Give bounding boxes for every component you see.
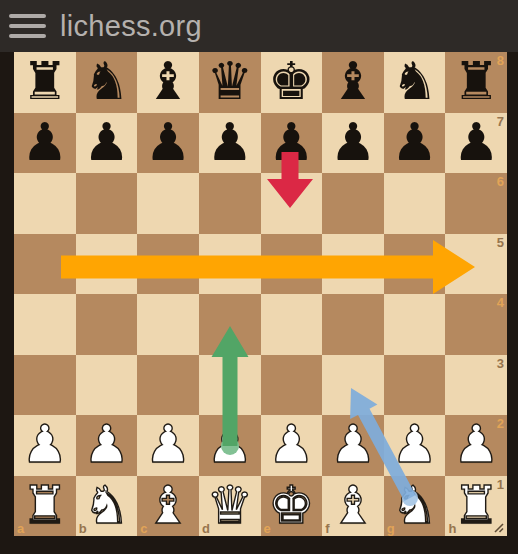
- piece-black-pawn[interactable]: ♟: [22, 116, 69, 168]
- square-b2[interactable]: ♟: [76, 415, 138, 476]
- hamburger-bar: [9, 34, 46, 38]
- square-b5[interactable]: [76, 234, 138, 295]
- rank-label-4: 4: [497, 296, 504, 309]
- square-g1[interactable]: ♞g: [384, 476, 446, 537]
- square-b6[interactable]: [76, 173, 138, 234]
- piece-black-pawn[interactable]: ♟: [83, 116, 130, 168]
- square-d2[interactable]: ♟: [199, 415, 261, 476]
- square-g3[interactable]: [384, 355, 446, 416]
- piece-black-pawn[interactable]: ♟: [391, 116, 438, 168]
- square-g4[interactable]: [384, 294, 446, 355]
- piece-white-bishop[interactable]: ♝: [330, 479, 377, 531]
- square-e5[interactable]: [261, 234, 323, 295]
- square-g5[interactable]: [384, 234, 446, 295]
- piece-black-pawn[interactable]: ♟: [145, 116, 192, 168]
- square-e1[interactable]: ♚e: [261, 476, 323, 537]
- piece-white-knight[interactable]: ♞: [391, 479, 438, 531]
- square-f1[interactable]: ♝f: [322, 476, 384, 537]
- piece-white-pawn[interactable]: ♟: [391, 418, 438, 470]
- piece-black-king[interactable]: ♚: [268, 55, 315, 107]
- square-c3[interactable]: [137, 355, 199, 416]
- board-resize-handle-icon[interactable]: [491, 520, 505, 534]
- square-f5[interactable]: [322, 234, 384, 295]
- square-a3[interactable]: [14, 355, 76, 416]
- square-a8[interactable]: ♜: [14, 52, 76, 113]
- rank-label-3: 3: [497, 357, 504, 370]
- piece-white-pawn[interactable]: ♟: [145, 418, 192, 470]
- lichess-mobile-page: lichess.org ♜♞♝♛♚♝♞♜8♟♟♟♟♟♟♟♟76543♟♟♟♟♟♟…: [0, 0, 518, 554]
- hamburger-menu-icon[interactable]: [9, 14, 46, 38]
- piece-white-pawn[interactable]: ♟: [330, 418, 377, 470]
- rank-label-5: 5: [497, 236, 504, 249]
- square-b7[interactable]: ♟: [76, 113, 138, 174]
- piece-black-knight[interactable]: ♞: [83, 55, 130, 107]
- piece-black-queen[interactable]: ♛: [206, 55, 253, 107]
- square-e7[interactable]: ♟: [261, 113, 323, 174]
- square-d4[interactable]: [199, 294, 261, 355]
- square-c1[interactable]: ♝c: [137, 476, 199, 537]
- square-a2[interactable]: ♟: [14, 415, 76, 476]
- square-f7[interactable]: ♟: [322, 113, 384, 174]
- square-h5[interactable]: 5: [445, 234, 507, 295]
- square-e6[interactable]: [261, 173, 323, 234]
- square-d8[interactable]: ♛: [199, 52, 261, 113]
- piece-white-pawn[interactable]: ♟: [453, 418, 500, 470]
- square-d3[interactable]: [199, 355, 261, 416]
- piece-black-bishop[interactable]: ♝: [145, 55, 192, 107]
- piece-white-pawn[interactable]: ♟: [83, 418, 130, 470]
- square-a6[interactable]: [14, 173, 76, 234]
- square-c8[interactable]: ♝: [137, 52, 199, 113]
- piece-black-pawn[interactable]: ♟: [453, 116, 500, 168]
- square-a1[interactable]: ♜a: [14, 476, 76, 537]
- piece-white-pawn[interactable]: ♟: [268, 418, 315, 470]
- hamburger-bar: [9, 24, 46, 28]
- piece-white-rook[interactable]: ♜: [22, 479, 69, 531]
- square-f3[interactable]: [322, 355, 384, 416]
- square-f2[interactable]: ♟: [322, 415, 384, 476]
- square-d6[interactable]: [199, 173, 261, 234]
- square-f4[interactable]: [322, 294, 384, 355]
- square-g2[interactable]: ♟: [384, 415, 446, 476]
- square-f6[interactable]: [322, 173, 384, 234]
- square-c4[interactable]: [137, 294, 199, 355]
- piece-black-knight[interactable]: ♞: [391, 55, 438, 107]
- chess-board[interactable]: ♜♞♝♛♚♝♞♜8♟♟♟♟♟♟♟♟76543♟♟♟♟♟♟♟♟2♜a♞b♝c♛d♚…: [14, 52, 507, 536]
- square-c7[interactable]: ♟: [137, 113, 199, 174]
- piece-black-pawn[interactable]: ♟: [268, 116, 315, 168]
- square-g7[interactable]: ♟: [384, 113, 446, 174]
- square-b8[interactable]: ♞: [76, 52, 138, 113]
- rank-label-6: 6: [497, 175, 504, 188]
- site-title[interactable]: lichess.org: [60, 12, 202, 41]
- square-g6[interactable]: [384, 173, 446, 234]
- piece-white-pawn[interactable]: ♟: [22, 418, 69, 470]
- piece-white-knight[interactable]: ♞: [83, 479, 130, 531]
- square-h2[interactable]: ♟2: [445, 415, 507, 476]
- square-e4[interactable]: [261, 294, 323, 355]
- square-d7[interactable]: ♟: [199, 113, 261, 174]
- square-e3[interactable]: [261, 355, 323, 416]
- piece-black-rook[interactable]: ♜: [22, 55, 69, 107]
- square-a7[interactable]: ♟: [14, 113, 76, 174]
- square-b3[interactable]: [76, 355, 138, 416]
- piece-white-bishop[interactable]: ♝: [145, 479, 192, 531]
- square-h4[interactable]: 4: [445, 294, 507, 355]
- square-e2[interactable]: ♟: [261, 415, 323, 476]
- piece-white-queen[interactable]: ♛: [206, 479, 253, 531]
- board-area: ♜♞♝♛♚♝♞♜8♟♟♟♟♟♟♟♟76543♟♟♟♟♟♟♟♟2♜a♞b♝c♛d♚…: [14, 52, 507, 536]
- square-d5[interactable]: [199, 234, 261, 295]
- piece-black-pawn[interactable]: ♟: [330, 116, 377, 168]
- square-c2[interactable]: ♟: [137, 415, 199, 476]
- square-b1[interactable]: ♞b: [76, 476, 138, 537]
- square-h3[interactable]: 3: [445, 355, 507, 416]
- piece-black-bishop[interactable]: ♝: [330, 55, 377, 107]
- square-f8[interactable]: ♝: [322, 52, 384, 113]
- piece-white-king[interactable]: ♚: [268, 479, 315, 531]
- piece-white-pawn[interactable]: ♟: [206, 418, 253, 470]
- square-b4[interactable]: [76, 294, 138, 355]
- square-h7[interactable]: ♟7: [445, 113, 507, 174]
- piece-black-rook[interactable]: ♜: [453, 55, 500, 107]
- square-c6[interactable]: [137, 173, 199, 234]
- top-bar: lichess.org: [0, 0, 518, 52]
- square-a5[interactable]: [14, 234, 76, 295]
- square-g8[interactable]: ♞: [384, 52, 446, 113]
- hamburger-bar: [9, 14, 46, 18]
- square-h8[interactable]: ♜8: [445, 52, 507, 113]
- square-c5[interactable]: [137, 234, 199, 295]
- square-d1[interactable]: ♛d: [199, 476, 261, 537]
- piece-black-pawn[interactable]: ♟: [206, 116, 253, 168]
- square-a4[interactable]: [14, 294, 76, 355]
- square-h6[interactable]: 6: [445, 173, 507, 234]
- square-e8[interactable]: ♚: [261, 52, 323, 113]
